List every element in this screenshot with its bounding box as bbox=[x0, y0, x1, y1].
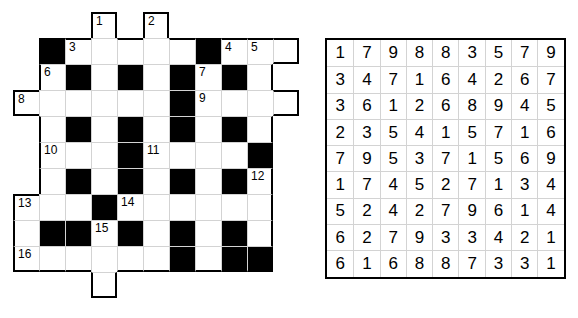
crossword-white-cell[interactable] bbox=[13, 220, 39, 246]
number-grid-cell: 5 bbox=[458, 119, 484, 145]
crossword-white-cell[interactable]: 10 bbox=[39, 142, 65, 168]
crossword-outside-area bbox=[273, 246, 299, 272]
number-grid-cell: 2 bbox=[432, 171, 458, 197]
number-grid-cell: 1 bbox=[380, 93, 406, 119]
clue-number: 13 bbox=[18, 197, 31, 210]
number-grid-cell: 4 bbox=[353, 66, 379, 92]
number-grid-cell: 7 bbox=[353, 40, 379, 66]
number-grid-cell: 3 bbox=[327, 93, 353, 119]
number-grid-cell: 2 bbox=[511, 224, 537, 250]
crossword-white-cell[interactable] bbox=[273, 38, 299, 64]
number-grid-cell: 1 bbox=[537, 224, 563, 250]
crossword-white-cell[interactable] bbox=[91, 90, 117, 116]
number-grid-cell: 8 bbox=[432, 250, 458, 276]
number-grid-cell: 8 bbox=[432, 40, 458, 66]
crossword-white-cell[interactable]: 6 bbox=[39, 64, 65, 90]
clue-number: 14 bbox=[121, 196, 134, 209]
crossword-outside-area bbox=[273, 116, 299, 142]
number-grid-cell: 6 bbox=[485, 198, 511, 224]
number-grid-cell: 7 bbox=[380, 66, 406, 92]
crossword-black-cell bbox=[169, 168, 195, 194]
crossword-white-cell[interactable]: 12 bbox=[247, 168, 273, 194]
crossword-white-cell[interactable] bbox=[39, 246, 65, 272]
crossword-black-cell bbox=[169, 246, 195, 272]
number-grid-cell: 2 bbox=[353, 198, 379, 224]
number-grid-cell: 6 bbox=[511, 66, 537, 92]
crossword-outside-area bbox=[117, 12, 143, 38]
crossword-outside-area bbox=[273, 64, 299, 90]
number-grid-cell: 7 bbox=[353, 171, 379, 197]
crossword-outside-area bbox=[13, 272, 39, 298]
number-grid-cell: 4 bbox=[537, 198, 563, 224]
number-grid-cell: 9 bbox=[537, 40, 563, 66]
crossword-white-cell[interactable]: 8 bbox=[13, 90, 39, 116]
clue-number: 8 bbox=[18, 93, 25, 106]
number-grid-cell: 5 bbox=[485, 40, 511, 66]
clue-number: 11 bbox=[147, 144, 159, 157]
clue-number: 1 bbox=[96, 15, 103, 28]
number-grid-cell: 4 bbox=[380, 171, 406, 197]
crossword-white-cell[interactable] bbox=[39, 116, 65, 142]
crossword-white-cell[interactable] bbox=[143, 38, 169, 64]
number-grid-cell: 1 bbox=[458, 145, 484, 171]
crossword-white-cell[interactable] bbox=[91, 116, 117, 142]
crossword-white-cell[interactable] bbox=[143, 90, 169, 116]
clue-number: 2 bbox=[148, 15, 155, 28]
number-grid-cell: 6 bbox=[327, 250, 353, 276]
number-grid-cell: 6 bbox=[537, 119, 563, 145]
number-grid-cell: 2 bbox=[406, 93, 432, 119]
crossword-white-cell[interactable] bbox=[247, 220, 273, 246]
crossword-white-cell[interactable] bbox=[91, 168, 117, 194]
crossword-white-cell[interactable] bbox=[221, 90, 247, 116]
crossword-outside-area bbox=[13, 38, 39, 64]
crossword-white-cell[interactable]: 11 bbox=[143, 142, 169, 168]
crossword-outside-area bbox=[13, 142, 39, 168]
clue-number: 12 bbox=[251, 170, 264, 183]
crossword-white-cell[interactable]: 7 bbox=[195, 64, 221, 90]
number-grid-cell: 8 bbox=[406, 250, 432, 276]
crossword-white-cell[interactable] bbox=[143, 116, 169, 142]
clue-number: 10 bbox=[44, 144, 57, 157]
crossword-black-cell bbox=[65, 64, 91, 90]
crossword-white-cell[interactable]: 13 bbox=[13, 194, 39, 220]
crossword-outside-area bbox=[221, 272, 247, 298]
crossword-black-cell bbox=[195, 38, 221, 64]
number-grid-cell: 6 bbox=[511, 145, 537, 171]
crossword-outside-area bbox=[13, 64, 39, 90]
crossword-outside-area bbox=[195, 272, 221, 298]
crossword-black-cell bbox=[221, 64, 247, 90]
crossword-outside-area bbox=[273, 194, 299, 220]
number-grid-cell: 3 bbox=[511, 171, 537, 197]
number-grid-cell: 1 bbox=[327, 171, 353, 197]
crossword-black-cell bbox=[169, 220, 195, 246]
crossword-white-cell[interactable] bbox=[143, 64, 169, 90]
crossword-outside-area bbox=[169, 12, 195, 38]
number-grid-cell: 4 bbox=[406, 119, 432, 145]
crossword-outside-area bbox=[273, 142, 299, 168]
crossword-white-cell[interactable] bbox=[273, 90, 299, 116]
number-grid-cell: 7 bbox=[458, 171, 484, 197]
crossword-white-cell[interactable] bbox=[39, 90, 65, 116]
crossword-white-cell[interactable] bbox=[91, 246, 117, 272]
crossword-outside-area bbox=[39, 12, 65, 38]
crossword-black-cell bbox=[169, 90, 195, 116]
crossword-outside-area bbox=[143, 272, 169, 298]
crossword-white-cell[interactable] bbox=[195, 142, 221, 168]
crossword-outside-area bbox=[65, 272, 91, 298]
number-grid-cell: 4 bbox=[458, 66, 484, 92]
number-grid-cell: 6 bbox=[353, 93, 379, 119]
number-grid-cell: 4 bbox=[537, 171, 563, 197]
crossword-white-cell[interactable] bbox=[169, 142, 195, 168]
number-grid-cell: 5 bbox=[537, 93, 563, 119]
crossword-outside-area bbox=[273, 168, 299, 194]
crossword-grid: 12345678910111213141516 bbox=[13, 12, 299, 298]
number-grid-cell: 3 bbox=[485, 250, 511, 276]
number-grid-cell: 7 bbox=[327, 145, 353, 171]
number-grid-cell: 3 bbox=[511, 250, 537, 276]
crossword-white-cell[interactable] bbox=[65, 90, 91, 116]
crossword-outside-area bbox=[221, 12, 247, 38]
clue-number: 15 bbox=[95, 222, 108, 235]
number-grid-cell: 1 bbox=[537, 250, 563, 276]
crossword-outside-area bbox=[117, 272, 143, 298]
crossword-black-cell bbox=[39, 38, 65, 64]
number-grid-cell: 1 bbox=[406, 66, 432, 92]
crossword-white-cell[interactable] bbox=[195, 246, 221, 272]
crossword-outside-area bbox=[247, 272, 273, 298]
crossword-black-cell bbox=[117, 116, 143, 142]
crossword-white-cell[interactable] bbox=[195, 168, 221, 194]
crossword-white-cell[interactable] bbox=[247, 194, 273, 220]
number-grid-cell: 4 bbox=[485, 224, 511, 250]
number-grid-cell: 2 bbox=[353, 224, 379, 250]
number-grid-cell: 1 bbox=[327, 40, 353, 66]
clue-number: 16 bbox=[18, 248, 31, 261]
crossword-white-cell[interactable] bbox=[195, 116, 221, 142]
crossword-white-cell[interactable] bbox=[195, 194, 221, 220]
crossword-white-cell[interactable]: 14 bbox=[117, 194, 143, 220]
crossword-white-cell[interactable] bbox=[143, 168, 169, 194]
crossword-white-cell[interactable] bbox=[169, 38, 195, 64]
crossword-white-cell[interactable] bbox=[39, 168, 65, 194]
crossword-white-cell[interactable] bbox=[247, 64, 273, 90]
number-grid-cell: 7 bbox=[485, 119, 511, 145]
crossword-white-cell[interactable] bbox=[91, 142, 117, 168]
crossword-black-cell bbox=[247, 246, 273, 272]
number-grid-cell: 6 bbox=[432, 93, 458, 119]
crossword-black-cell bbox=[39, 220, 65, 246]
crossword-black-cell bbox=[169, 64, 195, 90]
crossword-black-cell bbox=[221, 246, 247, 272]
number-grid-cell: 9 bbox=[406, 224, 432, 250]
crossword-black-cell bbox=[91, 194, 117, 220]
number-grid-cell: 2 bbox=[406, 198, 432, 224]
clue-number: 3 bbox=[69, 41, 76, 54]
crossword-white-cell[interactable]: 15 bbox=[91, 220, 117, 246]
number-grid-cell: 8 bbox=[406, 40, 432, 66]
number-grid-cell: 2 bbox=[327, 119, 353, 145]
crossword-white-cell[interactable]: 9 bbox=[195, 90, 221, 116]
crossword-outside-area bbox=[273, 12, 299, 38]
clue-number: 9 bbox=[199, 92, 206, 105]
number-grid-cell: 9 bbox=[353, 145, 379, 171]
crossword-white-cell[interactable]: 5 bbox=[247, 38, 273, 64]
number-grid-cell: 1 bbox=[432, 119, 458, 145]
crossword-black-cell bbox=[221, 220, 247, 246]
crossword-white-cell[interactable]: 16 bbox=[13, 246, 39, 272]
crossword-outside-area bbox=[65, 12, 91, 38]
clue-number: 4 bbox=[225, 41, 232, 54]
number-grid-cell: 4 bbox=[380, 198, 406, 224]
number-grid-cell: 9 bbox=[458, 198, 484, 224]
crossword-white-cell[interactable] bbox=[117, 38, 143, 64]
crossword-outside-area bbox=[13, 12, 39, 38]
number-grid-cell: 1 bbox=[511, 119, 537, 145]
crossword-black-cell bbox=[65, 168, 91, 194]
crossword-white-cell[interactable] bbox=[169, 194, 195, 220]
crossword-white-cell[interactable] bbox=[221, 194, 247, 220]
crossword-black-cell bbox=[221, 116, 247, 142]
crossword-white-cell[interactable]: 1 bbox=[91, 12, 117, 38]
crossword-white-cell[interactable] bbox=[117, 246, 143, 272]
number-grid-cell: 9 bbox=[537, 145, 563, 171]
number-grid-cell: 6 bbox=[327, 224, 353, 250]
crossword-white-cell[interactable] bbox=[39, 194, 65, 220]
crossword-white-cell[interactable] bbox=[195, 220, 221, 246]
crossword-black-cell bbox=[117, 142, 143, 168]
crossword-outside-area bbox=[39, 272, 65, 298]
number-grid-cell: 5 bbox=[485, 145, 511, 171]
number-grid-cell: 7 bbox=[432, 145, 458, 171]
crossword-white-cell[interactable]: 2 bbox=[143, 12, 169, 38]
number-grid-cell: 3 bbox=[432, 224, 458, 250]
number-grid-cell: 7 bbox=[380, 224, 406, 250]
clue-number: 7 bbox=[199, 66, 206, 79]
crossword-white-cell[interactable] bbox=[91, 64, 117, 90]
number-grid-cell: 5 bbox=[380, 145, 406, 171]
crossword-black-cell bbox=[117, 168, 143, 194]
crossword-outside-area bbox=[273, 272, 299, 298]
number-grid-cell: 1 bbox=[511, 198, 537, 224]
crossword-black-cell bbox=[117, 220, 143, 246]
crossword-outside-area bbox=[247, 12, 273, 38]
crossword-white-cell[interactable] bbox=[65, 194, 91, 220]
number-grid-cell: 7 bbox=[537, 66, 563, 92]
crossword-outside-area bbox=[13, 168, 39, 194]
crossword-black-cell bbox=[65, 220, 91, 246]
number-grid-cell: 6 bbox=[380, 250, 406, 276]
clue-number: 6 bbox=[44, 66, 51, 79]
number-grid: 1798835793471642673612689452354157167953… bbox=[325, 38, 566, 279]
number-grid-cell: 7 bbox=[458, 250, 484, 276]
crossword-black-cell bbox=[221, 168, 247, 194]
number-grid-cell: 6 bbox=[432, 66, 458, 92]
crossword-white-cell[interactable]: 4 bbox=[221, 38, 247, 64]
number-grid-cell: 3 bbox=[406, 145, 432, 171]
number-grid-cell: 5 bbox=[380, 119, 406, 145]
crossword-black-cell bbox=[65, 116, 91, 142]
crossword-black-cell bbox=[117, 64, 143, 90]
number-grid-cell: 9 bbox=[485, 93, 511, 119]
number-grid-cell: 3 bbox=[458, 40, 484, 66]
crossword-white-cell[interactable] bbox=[91, 38, 117, 64]
number-grid-cell: 2 bbox=[485, 66, 511, 92]
crossword-white-cell[interactable] bbox=[247, 90, 273, 116]
crossword-white-cell[interactable] bbox=[91, 272, 117, 298]
number-grid-cell: 7 bbox=[511, 40, 537, 66]
crossword-white-cell[interactable] bbox=[247, 116, 273, 142]
crossword-outside-area bbox=[195, 12, 221, 38]
crossword-white-cell[interactable] bbox=[221, 142, 247, 168]
crossword-black-cell bbox=[247, 142, 273, 168]
crossword-white-cell[interactable]: 3 bbox=[65, 38, 91, 64]
number-grid-cell: 1 bbox=[485, 171, 511, 197]
crossword-white-cell[interactable] bbox=[143, 194, 169, 220]
crossword-white-cell[interactable] bbox=[65, 246, 91, 272]
number-grid-cell: 3 bbox=[353, 119, 379, 145]
crossword-black-cell bbox=[169, 116, 195, 142]
crossword-white-cell[interactable] bbox=[65, 142, 91, 168]
number-grid-cell: 3 bbox=[327, 66, 353, 92]
crossword-outside-area bbox=[169, 272, 195, 298]
number-grid-cell: 5 bbox=[406, 171, 432, 197]
number-grid-cell: 7 bbox=[432, 198, 458, 224]
number-grid-cell: 8 bbox=[458, 93, 484, 119]
number-grid-cell: 3 bbox=[458, 224, 484, 250]
number-grid-cell: 1 bbox=[353, 250, 379, 276]
crossword-white-cell[interactable] bbox=[117, 90, 143, 116]
crossword-outside-area bbox=[13, 116, 39, 142]
crossword-white-cell[interactable] bbox=[143, 246, 169, 272]
number-grid-cell: 4 bbox=[511, 93, 537, 119]
clue-number: 5 bbox=[251, 41, 258, 54]
crossword-outside-area bbox=[273, 220, 299, 246]
crossword-white-cell[interactable] bbox=[143, 220, 169, 246]
number-grid-cell: 9 bbox=[380, 40, 406, 66]
number-grid-cell: 5 bbox=[327, 198, 353, 224]
